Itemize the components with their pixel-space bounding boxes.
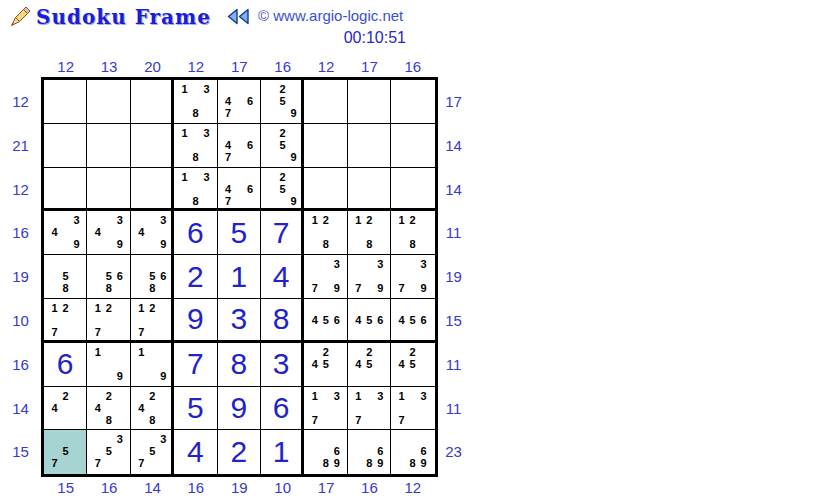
- cell-r9c4[interactable]: 4: [174, 430, 217, 474]
- bottom-clue-3: 14: [131, 477, 174, 497]
- pencil-marks: 127: [49, 302, 82, 338]
- solved-digit: 5: [230, 218, 247, 248]
- cell-r8c9[interactable]: 137: [391, 387, 434, 431]
- pencil-marks: 467: [223, 171, 256, 207]
- cell-r9c3[interactable]: 357: [131, 430, 174, 474]
- cell-r5c6[interactable]: 4: [261, 255, 304, 299]
- pencil-marks: 259: [266, 127, 299, 163]
- right-clue-5: 19: [438, 255, 470, 299]
- pencil-marks: 138: [179, 83, 212, 119]
- cell-r3c9[interactable]: [391, 168, 434, 212]
- bottom-clue-6: 10: [261, 477, 304, 497]
- cell-r5c3[interactable]: 568: [131, 255, 174, 299]
- solved-digit: 6: [187, 218, 204, 248]
- pencil-marks: 379: [396, 258, 429, 294]
- solved-digit: 2: [230, 437, 247, 467]
- pencil-marks: 19: [92, 346, 125, 382]
- cell-r2c7[interactable]: [304, 124, 347, 168]
- cell-r4c6[interactable]: 7: [261, 211, 304, 255]
- cell-r6c6[interactable]: 8: [261, 299, 304, 343]
- top-clue-8: 17: [348, 56, 391, 77]
- cell-r6c9[interactable]: 456: [391, 299, 434, 343]
- solved-digit: 9: [230, 393, 247, 423]
- cell-r3c3[interactable]: [131, 168, 174, 212]
- rewind-icon[interactable]: [227, 8, 251, 25]
- left-clue-4: 16: [0, 211, 41, 255]
- pencil-marks: 127: [136, 302, 169, 338]
- right-clue-8: 11: [438, 387, 470, 431]
- pencil-marks: 128: [396, 214, 429, 250]
- cell-r7c6[interactable]: 3: [261, 343, 304, 387]
- pencil-marks: 138: [179, 127, 212, 163]
- left-clue-2: 21: [0, 124, 41, 168]
- cell-r2c2[interactable]: [87, 124, 130, 168]
- top-clue-3: 20: [131, 56, 174, 77]
- cell-r9c8[interactable]: 689: [348, 430, 391, 474]
- cell-r2c3[interactable]: [131, 124, 174, 168]
- pencil-marks: 456: [353, 302, 386, 338]
- pencil-marks: 689: [396, 433, 429, 469]
- pencil-marks: 245: [353, 346, 386, 382]
- cell-r1c5[interactable]: 467: [218, 80, 261, 124]
- copyright-link[interactable]: © www.argio-logic.net: [258, 7, 403, 24]
- timer: 00:10:51: [300, 29, 406, 47]
- right-clue-2: 14: [438, 124, 470, 168]
- solved-digit: 7: [273, 218, 290, 248]
- cell-r9c2[interactable]: 357: [87, 430, 130, 474]
- solved-digit: 9: [187, 304, 204, 334]
- pencil-marks: 568: [92, 258, 125, 294]
- cell-r7c5[interactable]: 8: [218, 343, 261, 387]
- solved-digit: 5: [187, 393, 204, 423]
- bottom-clue-2: 16: [87, 477, 130, 497]
- left-clue-3: 12: [0, 168, 41, 212]
- solved-digit: 1: [230, 262, 247, 292]
- pencil-marks: 128: [353, 214, 386, 250]
- pencil-marks: 259: [266, 171, 299, 207]
- cell-r9c1[interactable]: 57: [44, 430, 87, 474]
- cell-r2c1[interactable]: [44, 124, 87, 168]
- right-clue-3: 14: [438, 168, 470, 212]
- cell-r2c5[interactable]: 467: [218, 124, 261, 168]
- left-clue-1: 12: [0, 80, 41, 124]
- cell-r4c3[interactable]: 349: [131, 211, 174, 255]
- pencil-marks: 456: [309, 302, 342, 338]
- pencil-marks: 57: [49, 433, 82, 469]
- top-clues: 121320121716121716: [44, 56, 470, 77]
- right-clue-9: 23: [438, 430, 470, 474]
- cell-r5c8[interactable]: 379: [348, 255, 391, 299]
- right-clue-4: 11: [438, 211, 470, 255]
- bottom-clue-1: 15: [44, 477, 87, 497]
- cell-r3c4[interactable]: 138: [174, 168, 217, 212]
- cell-r5c9[interactable]: 379: [391, 255, 434, 299]
- top-clue-9: 16: [391, 56, 434, 77]
- solved-digit: 8: [230, 349, 247, 379]
- cell-r6c1[interactable]: 127: [44, 299, 87, 343]
- left-clue-6: 10: [0, 299, 41, 343]
- pencil-marks: 128: [309, 214, 342, 250]
- cell-r8c3[interactable]: 248: [131, 387, 174, 431]
- right-clues: 171414111915111123: [438, 77, 470, 477]
- cell-r3c6[interactable]: 259: [261, 168, 304, 212]
- cell-r1c2[interactable]: [87, 80, 130, 124]
- solved-digit: 6: [57, 349, 74, 379]
- cell-r1c4[interactable]: 138: [174, 80, 217, 124]
- pencil-marks: 357: [92, 433, 125, 469]
- cell-r7c3[interactable]: 19: [131, 343, 174, 387]
- right-clue-6: 15: [438, 299, 470, 343]
- pencil-marks: 248: [92, 390, 125, 426]
- cell-r2c8[interactable]: [348, 124, 391, 168]
- pencil-marks: 467: [223, 83, 256, 119]
- top-clue-6: 16: [261, 56, 304, 77]
- bottom-clue-8: 16: [348, 477, 391, 497]
- cell-r7c7[interactable]: 245: [304, 343, 347, 387]
- cell-r8c5[interactable]: 9: [218, 387, 261, 431]
- cell-r1c8[interactable]: [348, 80, 391, 124]
- pencil-marks: 467: [223, 127, 256, 163]
- cell-r3c5[interactable]: 467: [218, 168, 261, 212]
- cell-r6c5[interactable]: 3: [218, 299, 261, 343]
- solved-digit: 6: [273, 393, 290, 423]
- pencil-marks: 245: [309, 346, 342, 382]
- solved-digit: 8: [273, 304, 290, 334]
- bottom-clue-9: 12: [391, 477, 434, 497]
- pencil-marks: 689: [353, 433, 386, 469]
- cell-r9c9[interactable]: 689: [391, 430, 434, 474]
- pencil-marks: 137: [353, 390, 386, 426]
- pencil-marks: 245: [396, 346, 429, 382]
- left-clue-9: 15: [0, 430, 41, 474]
- solved-digit: 2: [187, 262, 204, 292]
- top-clue-5: 17: [218, 56, 261, 77]
- pencil-marks: 127: [92, 302, 125, 338]
- cell-r5c2[interactable]: 568: [87, 255, 130, 299]
- solved-digit: 7: [187, 349, 204, 379]
- cell-r9c7[interactable]: 689: [304, 430, 347, 474]
- left-clue-8: 14: [0, 387, 41, 431]
- cell-r6c7[interactable]: 456: [304, 299, 347, 343]
- bottom-clues: 151614161910171612: [44, 477, 470, 497]
- cell-r8c8[interactable]: 137: [348, 387, 391, 431]
- pencil-marks: 137: [309, 390, 342, 426]
- pencil-marks: 259: [266, 83, 299, 119]
- right-clue-7: 11: [438, 343, 470, 387]
- cell-r3c2[interactable]: [87, 168, 130, 212]
- pencil-marks: 349: [92, 214, 125, 250]
- cell-r4c8[interactable]: 128: [348, 211, 391, 255]
- cell-r7c8[interactable]: 245: [348, 343, 391, 387]
- cell-r1c1[interactable]: [44, 80, 87, 124]
- top-clue-7: 12: [304, 56, 347, 77]
- cell-r1c9[interactable]: [391, 80, 434, 124]
- solved-digit: 3: [273, 349, 290, 379]
- cell-r6c8[interactable]: 456: [348, 299, 391, 343]
- cell-r3c1[interactable]: [44, 168, 87, 212]
- cell-r5c7[interactable]: 379: [304, 255, 347, 299]
- cell-r8c6[interactable]: 6: [261, 387, 304, 431]
- top-clue-2: 13: [87, 56, 130, 77]
- sudoku-frame-puzzle: 121320121716121716 122112161910161415 13…: [0, 56, 470, 497]
- cell-r8c2[interactable]: 248: [87, 387, 130, 431]
- cell-r4c2[interactable]: 349: [87, 211, 130, 255]
- page-title: Sudoku Frame: [36, 5, 211, 29]
- cell-r3c8[interactable]: [348, 168, 391, 212]
- left-clue-5: 19: [0, 255, 41, 299]
- pencil-marks: 138: [179, 171, 212, 207]
- cell-r3c7[interactable]: [304, 168, 347, 212]
- cell-r8c1[interactable]: 24: [44, 387, 87, 431]
- cell-r4c1[interactable]: 349: [44, 211, 87, 255]
- pencil-marks: 456: [396, 302, 429, 338]
- left-clues: 122112161910161415: [0, 77, 41, 477]
- cell-r2c6[interactable]: 259: [261, 124, 304, 168]
- cell-r1c3[interactable]: [131, 80, 174, 124]
- cell-r5c5[interactable]: 1: [218, 255, 261, 299]
- solved-digit: 4: [273, 262, 290, 292]
- left-clue-7: 16: [0, 343, 41, 387]
- cell-r4c4[interactable]: 6: [174, 211, 217, 255]
- pencil-marks: 248: [136, 390, 169, 426]
- bottom-clue-4: 16: [174, 477, 217, 497]
- pencil-marks: 689: [309, 433, 342, 469]
- cell-r4c9[interactable]: 128: [391, 211, 434, 255]
- pencil-marks: 349: [136, 214, 169, 250]
- cell-r4c7[interactable]: 128: [304, 211, 347, 255]
- bottom-clue-5: 19: [218, 477, 261, 497]
- cell-r8c4[interactable]: 5: [174, 387, 217, 431]
- pencil-marks: 379: [309, 258, 342, 294]
- cell-r5c4[interactable]: 2: [174, 255, 217, 299]
- cell-r7c9[interactable]: 245: [391, 343, 434, 387]
- cell-r7c1[interactable]: 6: [44, 343, 87, 387]
- cell-r9c5[interactable]: 2: [218, 430, 261, 474]
- pencil-marks: 357: [136, 433, 169, 469]
- pencil-marks: 19: [136, 346, 169, 382]
- cell-r7c4[interactable]: 7: [174, 343, 217, 387]
- cell-r6c4[interactable]: 9: [174, 299, 217, 343]
- cell-r8c7[interactable]: 137: [304, 387, 347, 431]
- pencil-marks: 379: [353, 258, 386, 294]
- solved-digit: 4: [187, 437, 204, 467]
- pencil-marks: 58: [49, 258, 82, 294]
- cell-r2c9[interactable]: [391, 124, 434, 168]
- top-clue-1: 12: [44, 56, 87, 77]
- bottom-clue-7: 17: [304, 477, 347, 497]
- pencil-marks: 349: [49, 214, 82, 250]
- cell-r6c3[interactable]: 127: [131, 299, 174, 343]
- cell-r5c1[interactable]: 58: [44, 255, 87, 299]
- cell-r4c5[interactable]: 5: [218, 211, 261, 255]
- cell-r9c6[interactable]: 1: [261, 430, 304, 474]
- pencil-marks: 568: [136, 258, 169, 294]
- pencil-marks: 24: [49, 390, 82, 426]
- cell-r1c6[interactable]: 259: [261, 80, 304, 124]
- right-clue-1: 17: [438, 80, 470, 124]
- cell-r6c2[interactable]: 127: [87, 299, 130, 343]
- cell-r7c2[interactable]: 19: [87, 343, 130, 387]
- pencil-marks: 137: [396, 390, 429, 426]
- board: 1384672591384672591384672593493493496571…: [41, 77, 438, 477]
- pencil-icon[interactable]: [7, 5, 31, 29]
- cell-r1c7[interactable]: [304, 80, 347, 124]
- solved-digit: 1: [273, 437, 290, 467]
- top-clue-4: 12: [174, 56, 217, 77]
- cell-r2c4[interactable]: 138: [174, 124, 217, 168]
- solved-digit: 3: [230, 304, 247, 334]
